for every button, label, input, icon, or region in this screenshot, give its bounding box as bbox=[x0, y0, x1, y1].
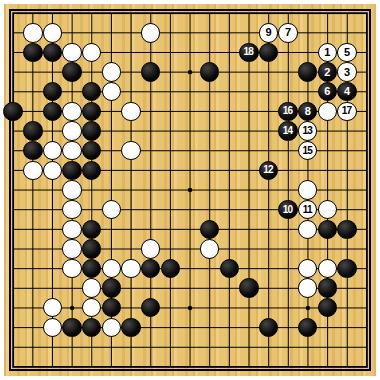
board-cell: 4 bbox=[337, 82, 357, 102]
stone-white bbox=[43, 141, 62, 160]
move-number-label: 4 bbox=[344, 86, 350, 97]
board-cell bbox=[43, 23, 63, 43]
board-cell bbox=[298, 278, 318, 298]
board-cell bbox=[82, 318, 102, 338]
board-cell bbox=[259, 318, 279, 338]
move-number-label: 11 bbox=[303, 205, 312, 215]
stone-black bbox=[62, 318, 81, 337]
board-cell bbox=[43, 298, 63, 318]
board-cell bbox=[82, 102, 102, 122]
stone-white bbox=[141, 239, 160, 258]
stone-black bbox=[141, 298, 160, 317]
stone-black bbox=[141, 259, 160, 278]
move-number-label: 18 bbox=[244, 47, 254, 57]
board-cell bbox=[23, 160, 43, 180]
board-cell bbox=[23, 121, 43, 141]
stone-black bbox=[23, 43, 42, 62]
stone-white-move-1: 1 bbox=[318, 43, 337, 62]
board-cell bbox=[121, 102, 141, 122]
board-cell bbox=[318, 219, 338, 239]
board-cell bbox=[318, 200, 338, 220]
stone-black bbox=[259, 318, 278, 337]
board-cell bbox=[102, 259, 122, 279]
board-cell bbox=[3, 102, 23, 122]
board-cell bbox=[318, 259, 338, 279]
board-cell bbox=[82, 239, 102, 259]
stone-white bbox=[82, 43, 101, 62]
stone-white bbox=[102, 82, 121, 101]
stone-black bbox=[102, 278, 121, 297]
move-number-label: 5 bbox=[344, 47, 350, 58]
stone-white bbox=[318, 259, 337, 278]
board-cell bbox=[62, 180, 82, 200]
board-cell bbox=[337, 259, 357, 279]
stone-black bbox=[62, 161, 81, 180]
stone-white bbox=[62, 239, 81, 258]
board-cell bbox=[43, 318, 63, 338]
board-cell bbox=[62, 259, 82, 279]
stone-black bbox=[82, 161, 101, 180]
stone-black bbox=[259, 43, 278, 62]
stone-black bbox=[43, 82, 62, 101]
stone-white bbox=[82, 298, 101, 317]
stone-white bbox=[102, 318, 121, 337]
board-cell bbox=[23, 141, 43, 161]
stone-white bbox=[62, 102, 81, 121]
board-cell bbox=[62, 160, 82, 180]
stone-black-move-8: 8 bbox=[298, 102, 317, 121]
board-cell bbox=[121, 259, 141, 279]
board-cell: 3 bbox=[337, 62, 357, 82]
move-number-label: 15 bbox=[303, 146, 313, 156]
board-cell bbox=[62, 200, 82, 220]
board-cell bbox=[62, 121, 82, 141]
board-cell: 9 bbox=[259, 23, 279, 43]
stone-black bbox=[102, 298, 121, 317]
stone-white bbox=[121, 102, 140, 121]
stone-black bbox=[62, 62, 81, 81]
board-cell bbox=[239, 278, 259, 298]
board-cell bbox=[102, 278, 122, 298]
board-cell: 11 bbox=[298, 200, 318, 220]
move-number-label: 14 bbox=[283, 126, 293, 136]
board-cell bbox=[82, 259, 102, 279]
stone-black bbox=[337, 220, 356, 239]
board-cell bbox=[82, 82, 102, 102]
board-cell bbox=[62, 219, 82, 239]
stone-black bbox=[3, 102, 22, 121]
stone-black bbox=[298, 318, 317, 337]
stone-black-move-4: 4 bbox=[337, 82, 356, 101]
board-cell: 18 bbox=[239, 43, 259, 63]
stone-black bbox=[161, 259, 180, 278]
board-cell bbox=[62, 62, 82, 82]
board-cell bbox=[43, 160, 63, 180]
stone-white bbox=[62, 200, 81, 219]
stone-white-move-5: 5 bbox=[337, 43, 356, 62]
stones-layer: 971815236416817141315121011 bbox=[3, 3, 376, 376]
stone-white bbox=[298, 220, 317, 239]
move-number-label: 3 bbox=[344, 67, 350, 78]
stone-black bbox=[318, 220, 337, 239]
stone-black bbox=[318, 278, 337, 297]
stone-white-move-3: 3 bbox=[337, 62, 356, 81]
board-cell: 5 bbox=[337, 43, 357, 63]
board-cell: 10 bbox=[278, 200, 298, 220]
board-cell bbox=[141, 23, 161, 43]
stone-black bbox=[43, 102, 62, 121]
stone-white bbox=[82, 278, 101, 297]
board-cell: 7 bbox=[278, 23, 298, 43]
board-cell: 16 bbox=[278, 102, 298, 122]
stone-white bbox=[62, 259, 81, 278]
board-cell bbox=[298, 62, 318, 82]
board-cell: 12 bbox=[259, 160, 279, 180]
board-cell bbox=[298, 180, 318, 200]
board-cell bbox=[62, 239, 82, 259]
stone-black-move-12: 12 bbox=[259, 161, 278, 180]
board-cell bbox=[82, 121, 102, 141]
stone-white bbox=[62, 43, 81, 62]
stone-white bbox=[200, 239, 219, 258]
stone-white bbox=[43, 23, 62, 42]
board-cell bbox=[298, 219, 318, 239]
move-number-label: 13 bbox=[303, 126, 313, 136]
stone-white-move-11: 11 bbox=[298, 200, 317, 219]
move-number-label: 6 bbox=[324, 86, 330, 97]
board-cell bbox=[160, 259, 180, 279]
board-cell bbox=[62, 43, 82, 63]
stone-white bbox=[62, 121, 81, 140]
board-cell bbox=[82, 160, 102, 180]
board-cell bbox=[337, 219, 357, 239]
board-cell: 17 bbox=[337, 102, 357, 122]
stone-white bbox=[121, 141, 140, 160]
stone-black bbox=[82, 239, 101, 258]
board-cell bbox=[298, 259, 318, 279]
move-number-label: 9 bbox=[265, 27, 271, 38]
stone-white bbox=[62, 180, 81, 199]
stone-black bbox=[43, 43, 62, 62]
board-cell bbox=[62, 141, 82, 161]
stone-white bbox=[298, 180, 317, 199]
move-number-label: 16 bbox=[283, 106, 293, 116]
stone-black-move-18: 18 bbox=[239, 43, 258, 62]
stone-white bbox=[23, 161, 42, 180]
stone-black bbox=[200, 62, 219, 81]
board-cell bbox=[102, 298, 122, 318]
stone-black bbox=[220, 259, 239, 278]
board-cell bbox=[82, 141, 102, 161]
stone-white bbox=[318, 102, 337, 121]
board-cell bbox=[141, 62, 161, 82]
stone-black-move-10: 10 bbox=[278, 200, 297, 219]
board-cell: 6 bbox=[318, 82, 338, 102]
stone-black bbox=[82, 82, 101, 101]
stone-white bbox=[102, 62, 121, 81]
board-cell bbox=[219, 259, 239, 279]
board-cell: 2 bbox=[318, 62, 338, 82]
stone-white bbox=[298, 278, 317, 297]
board-cell bbox=[43, 102, 63, 122]
stone-white bbox=[43, 318, 62, 337]
move-number-label: 1 bbox=[324, 47, 330, 58]
go-board[interactable]: 971815236416817141315121011 bbox=[0, 0, 380, 380]
board-cell bbox=[298, 318, 318, 338]
board-cell bbox=[82, 278, 102, 298]
stone-white bbox=[141, 23, 160, 42]
stone-white-move-17: 17 bbox=[337, 102, 356, 121]
board-cell bbox=[102, 318, 122, 338]
board-cell: 15 bbox=[298, 141, 318, 161]
stone-black-move-2: 2 bbox=[318, 62, 337, 81]
stone-white-move-15: 15 bbox=[298, 141, 317, 160]
stone-white bbox=[102, 200, 121, 219]
stone-white bbox=[23, 23, 42, 42]
move-number-label: 12 bbox=[263, 165, 273, 175]
board-cell bbox=[102, 200, 122, 220]
stone-black bbox=[82, 121, 101, 140]
stone-white bbox=[62, 141, 81, 160]
stone-white bbox=[102, 259, 121, 278]
stone-black bbox=[141, 62, 160, 81]
board-cell bbox=[43, 82, 63, 102]
board-cell bbox=[141, 298, 161, 318]
board-cell bbox=[318, 298, 338, 318]
stone-white bbox=[43, 298, 62, 317]
stone-black-move-16: 16 bbox=[278, 102, 297, 121]
stone-white bbox=[121, 259, 140, 278]
stone-white-move-7: 7 bbox=[278, 23, 297, 42]
board-cell bbox=[200, 239, 220, 259]
move-number-label: 8 bbox=[305, 106, 311, 117]
board-cell: 13 bbox=[298, 121, 318, 141]
stone-black bbox=[23, 121, 42, 140]
stone-black-move-14: 14 bbox=[278, 121, 297, 140]
board-cell bbox=[121, 318, 141, 338]
board-cell bbox=[141, 239, 161, 259]
stone-white bbox=[43, 161, 62, 180]
board-cell bbox=[23, 43, 43, 63]
board-cell bbox=[200, 62, 220, 82]
stone-white-move-9: 9 bbox=[259, 23, 278, 42]
board-cell bbox=[82, 298, 102, 318]
board-cell bbox=[43, 43, 63, 63]
stone-black bbox=[82, 141, 101, 160]
stone-black bbox=[23, 141, 42, 160]
stone-black bbox=[82, 259, 101, 278]
stone-black bbox=[121, 318, 140, 337]
stone-white bbox=[62, 220, 81, 239]
board-cell: 8 bbox=[298, 102, 318, 122]
stone-black bbox=[82, 220, 101, 239]
stone-black bbox=[318, 298, 337, 317]
board-cell bbox=[82, 43, 102, 63]
board-cell bbox=[200, 219, 220, 239]
board-cell: 14 bbox=[278, 121, 298, 141]
board-cell bbox=[43, 141, 63, 161]
board-cell: 1 bbox=[318, 43, 338, 63]
board-cell bbox=[318, 102, 338, 122]
stone-black-move-6: 6 bbox=[318, 82, 337, 101]
stone-white-move-13: 13 bbox=[298, 121, 317, 140]
stone-black bbox=[337, 259, 356, 278]
stone-black bbox=[239, 278, 258, 297]
board-cell bbox=[102, 62, 122, 82]
board-cell bbox=[82, 219, 102, 239]
board-cell bbox=[62, 318, 82, 338]
board-cell bbox=[62, 102, 82, 122]
stone-black bbox=[298, 62, 317, 81]
move-number-label: 10 bbox=[283, 205, 293, 215]
board-cell bbox=[141, 259, 161, 279]
stone-black bbox=[82, 318, 101, 337]
board-cell bbox=[259, 43, 279, 63]
stone-black bbox=[200, 220, 219, 239]
move-number-label: 17 bbox=[342, 106, 352, 116]
move-number-label: 2 bbox=[324, 67, 330, 78]
move-number-label: 7 bbox=[285, 27, 291, 38]
board-cell bbox=[121, 141, 141, 161]
stone-white bbox=[298, 259, 317, 278]
stone-black bbox=[82, 102, 101, 121]
board-cell bbox=[23, 23, 43, 43]
board-cell bbox=[318, 278, 338, 298]
stone-white bbox=[318, 200, 337, 219]
board-cell bbox=[102, 82, 122, 102]
